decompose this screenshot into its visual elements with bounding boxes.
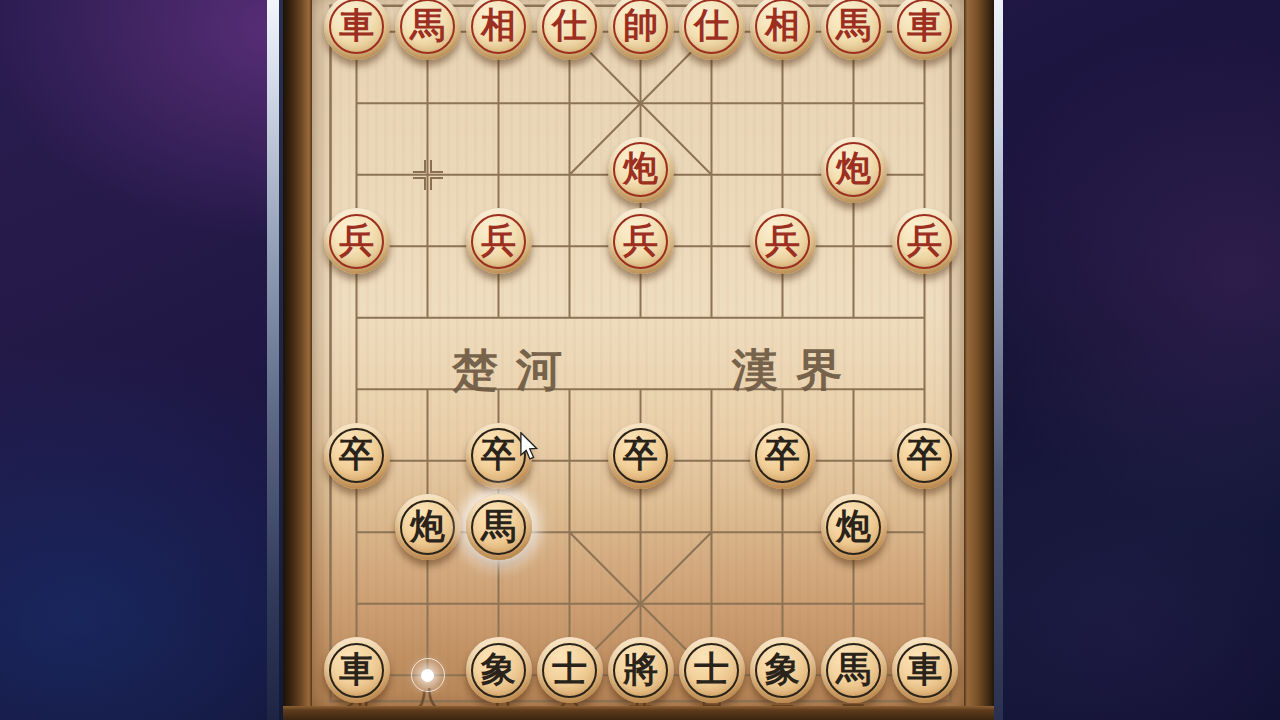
- piece-character: 車: [907, 8, 942, 43]
- piece-character: 仕: [694, 8, 729, 43]
- piece-red-chariot[interactable]: 車: [324, 0, 390, 60]
- xiangqi-board[interactable]: 車馬相仕帥仕相馬車炮炮兵兵兵兵兵卒卒卒卒卒炮馬炮車象士將士象馬車: [321, 0, 960, 711]
- piece-character: 相: [481, 8, 516, 43]
- piece-character: 帥: [623, 8, 658, 43]
- piece-ring: 兵: [897, 214, 952, 269]
- piece-black-general[interactable]: 將: [608, 637, 674, 703]
- piece-ring: 炮: [826, 142, 881, 197]
- piece-red-soldier[interactable]: 兵: [750, 208, 816, 274]
- piece-character: 馬: [410, 8, 445, 43]
- piece-character: 士: [694, 652, 729, 687]
- move-origin-glow-dot: [411, 658, 445, 692]
- piece-ring: 兵: [471, 214, 526, 269]
- piece-ring: 車: [897, 0, 952, 54]
- piece-ring: 馬: [471, 500, 526, 555]
- piece-ring: 士: [542, 643, 597, 698]
- move-origin-cross-marker: [413, 160, 443, 190]
- piece-red-soldier[interactable]: 兵: [892, 208, 958, 274]
- piece-ring: 卒: [755, 428, 810, 483]
- piece-character: 卒: [481, 437, 516, 472]
- piece-character: 炮: [836, 151, 871, 186]
- piece-red-soldier[interactable]: 兵: [608, 208, 674, 274]
- piece-character: 卒: [765, 437, 800, 472]
- piece-black-soldier[interactable]: 卒: [324, 423, 390, 489]
- piece-red-soldier[interactable]: 兵: [324, 208, 390, 274]
- piece-ring: 車: [329, 0, 384, 54]
- piece-character: 炮: [836, 509, 871, 544]
- piece-character: 兵: [907, 223, 942, 258]
- piece-red-general[interactable]: 帥: [608, 0, 674, 60]
- piece-ring: 車: [329, 643, 384, 698]
- piece-character: 車: [907, 652, 942, 687]
- piece-character: 卒: [907, 437, 942, 472]
- piece-character: 車: [339, 652, 374, 687]
- piece-black-elephant[interactable]: 象: [750, 637, 816, 703]
- piece-ring: 卒: [897, 428, 952, 483]
- piece-character: 象: [765, 652, 800, 687]
- piece-character: 將: [623, 652, 658, 687]
- piece-black-soldier[interactable]: 卒: [892, 423, 958, 489]
- piece-black-chariot[interactable]: 車: [324, 637, 390, 703]
- piece-ring: 兵: [613, 214, 668, 269]
- piece-character: 相: [765, 8, 800, 43]
- piece-black-horse[interactable]: 馬: [466, 494, 532, 560]
- piece-black-elephant[interactable]: 象: [466, 637, 532, 703]
- piece-red-chariot[interactable]: 車: [892, 0, 958, 60]
- piece-red-advisor[interactable]: 仕: [679, 0, 745, 60]
- piece-black-advisor[interactable]: 士: [679, 637, 745, 703]
- piece-red-horse[interactable]: 馬: [395, 0, 461, 60]
- piece-ring: 炮: [613, 142, 668, 197]
- piece-ring: 兵: [755, 214, 810, 269]
- board-frame-bottom: [283, 706, 994, 720]
- piece-ring: 帥: [613, 0, 668, 54]
- piece-red-advisor[interactable]: 仕: [537, 0, 603, 60]
- board-frame-right: [964, 0, 994, 720]
- piece-ring: 將: [613, 643, 668, 698]
- piece-black-cannon[interactable]: 炮: [395, 494, 461, 560]
- piece-ring: 相: [755, 0, 810, 54]
- piece-character: 卒: [623, 437, 658, 472]
- piece-character: 象: [481, 652, 516, 687]
- piece-character: 士: [552, 652, 587, 687]
- piece-ring: 兵: [329, 214, 384, 269]
- piece-ring: 卒: [329, 428, 384, 483]
- piece-ring: 卒: [471, 428, 526, 483]
- piece-character: 兵: [623, 223, 658, 258]
- piece-ring: 馬: [400, 0, 455, 54]
- board-frame-left: [283, 0, 312, 720]
- piece-black-soldier[interactable]: 卒: [750, 423, 816, 489]
- piece-ring: 卒: [613, 428, 668, 483]
- piece-red-soldier[interactable]: 兵: [466, 208, 532, 274]
- left-light-strip: [267, 0, 279, 720]
- piece-ring: 仕: [542, 0, 597, 54]
- piece-character: 炮: [410, 509, 445, 544]
- piece-ring: 象: [755, 643, 810, 698]
- piece-red-elephant[interactable]: 相: [750, 0, 816, 60]
- piece-black-soldier[interactable]: 卒: [608, 423, 674, 489]
- piece-red-cannon[interactable]: 炮: [608, 137, 674, 203]
- piece-black-cannon[interactable]: 炮: [821, 494, 887, 560]
- piece-red-elephant[interactable]: 相: [466, 0, 532, 60]
- piece-character: 馬: [836, 652, 871, 687]
- piece-ring: 馬: [826, 643, 881, 698]
- piece-red-cannon[interactable]: 炮: [821, 137, 887, 203]
- piece-ring: 馬: [826, 0, 881, 54]
- piece-character: 兵: [765, 223, 800, 258]
- piece-black-chariot[interactable]: 車: [892, 637, 958, 703]
- piece-character: 兵: [481, 223, 516, 258]
- piece-character: 卒: [339, 437, 374, 472]
- piece-ring: 仕: [684, 0, 739, 54]
- right-light-strip: [994, 0, 1003, 720]
- piece-character: 車: [339, 8, 374, 43]
- piece-ring: 象: [471, 643, 526, 698]
- piece-ring: 炮: [826, 500, 881, 555]
- piece-red-horse[interactable]: 馬: [821, 0, 887, 60]
- piece-character: 炮: [623, 151, 658, 186]
- piece-black-advisor[interactable]: 士: [537, 637, 603, 703]
- piece-ring: 車: [897, 643, 952, 698]
- piece-ring: 士: [684, 643, 739, 698]
- mouse-cursor: [519, 432, 539, 460]
- piece-character: 馬: [836, 8, 871, 43]
- piece-ring: 相: [471, 0, 526, 54]
- piece-character: 兵: [339, 223, 374, 258]
- piece-black-horse[interactable]: 馬: [821, 637, 887, 703]
- piece-character: 馬: [481, 509, 516, 544]
- piece-character: 仕: [552, 8, 587, 43]
- piece-ring: 炮: [400, 500, 455, 555]
